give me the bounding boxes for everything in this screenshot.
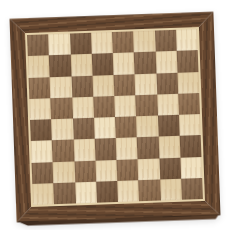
square-r3c3 [93,96,115,118]
square-r2c5 [135,73,157,95]
square-r1c7 [176,50,198,72]
square-r7c7 [181,178,203,200]
square-r5c1 [52,140,74,162]
square-r7c5 [138,179,160,201]
square-r5c6 [158,136,180,158]
square-r3c2 [72,97,94,119]
square-r3c6 [157,94,179,116]
square-r4c7 [179,114,201,136]
square-r4c6 [157,115,179,137]
square-r6c0 [32,162,54,184]
square-r7c1 [54,182,76,204]
square-r3c0 [29,98,51,120]
photo-background [0,0,230,230]
square-r6c2 [74,160,96,182]
square-r4c1 [51,118,73,140]
square-r4c4 [115,116,137,138]
square-r0c7 [176,29,198,51]
square-r6c5 [138,158,160,180]
square-r0c1 [48,34,70,56]
square-r0c3 [91,32,113,54]
square-r1c2 [70,54,92,76]
chess-board [10,12,221,223]
square-r0c4 [112,31,134,53]
square-r4c3 [94,117,116,139]
square-r3c7 [178,93,200,115]
square-r7c6 [160,178,182,200]
square-r0c5 [133,31,155,53]
square-r3c4 [114,95,136,117]
square-r1c1 [49,55,71,77]
square-r0c0 [27,34,49,56]
square-r2c3 [92,75,114,97]
square-r2c0 [29,77,51,99]
square-r1c4 [113,53,135,75]
square-r1c6 [155,51,177,73]
square-r5c0 [31,140,53,162]
square-r6c7 [180,157,202,179]
square-r4c2 [73,118,95,140]
square-r4c0 [30,119,52,141]
square-r5c2 [73,139,95,161]
square-r1c3 [92,53,114,75]
square-r5c3 [95,138,117,160]
square-r3c5 [135,94,157,116]
square-r4c5 [136,116,158,138]
square-r0c6 [155,30,177,52]
square-r2c1 [50,76,72,98]
square-r3c1 [51,97,73,119]
square-r5c7 [179,135,201,157]
square-r6c4 [116,159,138,181]
square-r6c3 [95,159,117,181]
square-r6c6 [159,157,181,179]
square-r7c3 [96,181,118,203]
square-r2c7 [177,72,199,94]
board-grid [27,29,203,205]
square-r0c2 [70,33,92,55]
square-r7c4 [117,180,139,202]
square-r6c1 [53,161,75,183]
square-r7c2 [75,181,97,203]
square-r2c2 [71,75,93,97]
square-r7c0 [32,183,54,205]
square-r1c0 [28,56,50,78]
square-r5c4 [116,137,138,159]
square-r2c4 [114,74,136,96]
square-r2c6 [156,72,178,94]
board-inlay-border [25,27,205,207]
square-r5c5 [137,137,159,159]
square-r1c5 [134,52,156,74]
